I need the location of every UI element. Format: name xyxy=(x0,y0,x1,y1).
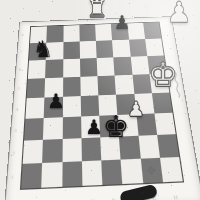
board-square[interactable] xyxy=(143,22,161,39)
board-square[interactable] xyxy=(25,98,44,119)
board-square[interactable] xyxy=(112,40,130,58)
board-square[interactable] xyxy=(97,57,115,76)
board-square[interactable] xyxy=(80,95,99,116)
chessboard-photo-scene: ❖ ABCDEFGH 87654321 ♜♟♞♚♟♟♟♚♟ xyxy=(0,0,200,200)
board-square[interactable] xyxy=(113,57,132,76)
black-pawn-piece[interactable]: ♟ xyxy=(112,12,133,33)
black-knight-piece[interactable]: ♞ xyxy=(31,37,56,62)
white-rook-piece[interactable]: ♜ xyxy=(84,0,110,22)
board-square[interactable] xyxy=(63,41,80,59)
board-square[interactable] xyxy=(81,137,101,161)
black-pawn-piece[interactable]: ♟ xyxy=(45,90,67,112)
board-square[interactable] xyxy=(23,140,44,164)
file-label: E xyxy=(112,197,116,200)
file-label: F xyxy=(132,196,136,200)
board-square[interactable] xyxy=(95,24,112,41)
board-square[interactable] xyxy=(42,139,62,163)
board-square[interactable] xyxy=(79,25,96,42)
board-square[interactable] xyxy=(62,116,81,139)
board-square[interactable] xyxy=(80,76,98,96)
board-square[interactable] xyxy=(62,161,82,187)
board-square[interactable] xyxy=(152,93,173,114)
board-square[interactable] xyxy=(145,38,164,56)
board-square[interactable] xyxy=(121,159,143,184)
board-square[interactable] xyxy=(28,60,46,79)
rank-label: 2 xyxy=(12,150,15,155)
board-square[interactable] xyxy=(24,118,44,141)
board-square[interactable] xyxy=(79,41,96,59)
board-square[interactable] xyxy=(160,157,183,182)
rank-label: 4 xyxy=(16,106,19,111)
file-label: C xyxy=(70,199,74,200)
board-square[interactable] xyxy=(27,78,46,98)
board-square[interactable] xyxy=(115,75,134,95)
rank-label: 3 xyxy=(14,128,17,133)
rank-label: 5 xyxy=(17,86,20,91)
board-square[interactable] xyxy=(63,25,79,42)
black-king-piece[interactable]: ♚ xyxy=(100,110,133,143)
board-square[interactable] xyxy=(82,160,103,185)
file-labels: ABCDEFGH xyxy=(19,194,187,200)
board-square[interactable] xyxy=(80,58,98,77)
file-label: D xyxy=(91,198,95,200)
board-square[interactable] xyxy=(101,160,122,185)
white-king-piece[interactable]: ♚ xyxy=(145,57,181,93)
board-square[interactable] xyxy=(154,113,175,135)
offboard-white-pawn-piece: ♟ xyxy=(164,0,194,28)
rank-label: 6 xyxy=(19,67,22,71)
board-square[interactable] xyxy=(43,117,62,140)
board-square[interactable] xyxy=(45,59,63,78)
board-square[interactable] xyxy=(62,138,82,162)
board-square[interactable] xyxy=(96,40,114,58)
board-square[interactable] xyxy=(21,163,42,189)
rank-label: 1 xyxy=(11,175,14,181)
rank-label: 7 xyxy=(20,50,23,54)
file-label: H xyxy=(173,194,178,200)
board-square[interactable] xyxy=(157,134,179,158)
photo-noise-speckles xyxy=(0,0,1,1)
board-square[interactable] xyxy=(63,59,80,78)
rank-label: 8 xyxy=(22,33,25,37)
file-label: G xyxy=(152,195,157,200)
board-square[interactable] xyxy=(41,162,62,188)
board-square[interactable] xyxy=(97,75,116,95)
